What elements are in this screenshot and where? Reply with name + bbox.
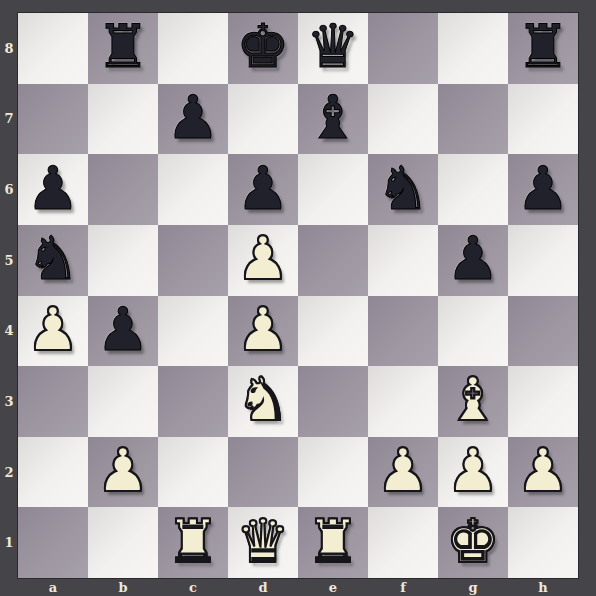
square-c7[interactable]: ♟ [158, 84, 228, 155]
square-e8[interactable]: ♛ [298, 13, 368, 84]
white-pawn[interactable]: ♟ [516, 440, 570, 500]
square-e2[interactable] [298, 437, 368, 508]
black-pawn[interactable]: ♟ [96, 299, 150, 359]
square-h1[interactable] [508, 507, 578, 578]
square-d1[interactable]: ♛ [228, 507, 298, 578]
square-f7[interactable] [368, 84, 438, 155]
rank-label-7: 7 [0, 84, 18, 155]
square-f2[interactable]: ♟ [368, 437, 438, 508]
rank-label-3: 3 [0, 366, 18, 437]
file-label-f: f [368, 578, 438, 596]
square-a6[interactable]: ♟ [18, 154, 88, 225]
square-d2[interactable] [228, 437, 298, 508]
file-label-a: a [18, 578, 88, 596]
white-rook[interactable]: ♜ [166, 511, 220, 571]
square-d5[interactable]: ♟ [228, 225, 298, 296]
rank-label-2: 2 [0, 437, 18, 508]
square-a5[interactable]: ♞ [18, 225, 88, 296]
file-label-g: g [438, 578, 508, 596]
square-g2[interactable]: ♟ [438, 437, 508, 508]
square-c3[interactable] [158, 366, 228, 437]
file-label-h: h [508, 578, 578, 596]
square-e5[interactable] [298, 225, 368, 296]
square-c1[interactable]: ♜ [158, 507, 228, 578]
black-pawn[interactable]: ♟ [446, 228, 500, 288]
rank-label-4: 4 [0, 296, 18, 367]
square-b6[interactable] [88, 154, 158, 225]
square-f8[interactable] [368, 13, 438, 84]
square-a3[interactable] [18, 366, 88, 437]
square-c4[interactable] [158, 296, 228, 367]
square-e3[interactable] [298, 366, 368, 437]
white-queen[interactable]: ♛ [236, 511, 290, 571]
rank-label-1: 1 [0, 507, 18, 578]
square-a2[interactable] [18, 437, 88, 508]
square-a1[interactable] [18, 507, 88, 578]
file-labels: abcdefgh [18, 578, 578, 596]
white-pawn[interactable]: ♟ [446, 440, 500, 500]
black-pawn[interactable]: ♟ [516, 158, 570, 218]
white-pawn[interactable]: ♟ [376, 440, 430, 500]
square-g3[interactable]: ♝ [438, 366, 508, 437]
square-g8[interactable] [438, 13, 508, 84]
square-b4[interactable]: ♟ [88, 296, 158, 367]
rank-label-6: 6 [0, 154, 18, 225]
square-g5[interactable]: ♟ [438, 225, 508, 296]
square-c2[interactable] [158, 437, 228, 508]
black-pawn[interactable]: ♟ [26, 158, 80, 218]
black-pawn[interactable]: ♟ [166, 87, 220, 147]
square-c5[interactable] [158, 225, 228, 296]
square-f1[interactable] [368, 507, 438, 578]
file-label-b: b [88, 578, 158, 596]
rank-labels: 87654321 [0, 13, 18, 578]
square-e4[interactable] [298, 296, 368, 367]
square-c8[interactable] [158, 13, 228, 84]
square-h4[interactable] [508, 296, 578, 367]
rank-label-8: 8 [0, 13, 18, 84]
square-b8[interactable]: ♜ [88, 13, 158, 84]
square-b7[interactable] [88, 84, 158, 155]
square-f3[interactable] [368, 366, 438, 437]
square-d3[interactable]: ♞ [228, 366, 298, 437]
square-d6[interactable]: ♟ [228, 154, 298, 225]
square-g6[interactable] [438, 154, 508, 225]
square-h2[interactable]: ♟ [508, 437, 578, 508]
square-h5[interactable] [508, 225, 578, 296]
white-pawn[interactable]: ♟ [236, 228, 290, 288]
board-grid: ♜♚♛♜♟♝♟♟♞♟♞♟♟♟♟♟♞♝♟♟♟♟♜♛♜♚ [18, 13, 578, 578]
black-bishop[interactable]: ♝ [306, 87, 360, 147]
square-b5[interactable] [88, 225, 158, 296]
square-e7[interactable]: ♝ [298, 84, 368, 155]
file-label-d: d [228, 578, 298, 596]
black-rook[interactable]: ♜ [516, 16, 570, 76]
white-knight[interactable]: ♞ [236, 369, 290, 429]
white-bishop[interactable]: ♝ [446, 369, 500, 429]
square-h8[interactable]: ♜ [508, 13, 578, 84]
rank-label-5: 5 [0, 225, 18, 296]
square-a7[interactable] [18, 84, 88, 155]
square-f4[interactable] [368, 296, 438, 367]
square-e6[interactable] [298, 154, 368, 225]
square-g1[interactable]: ♚ [438, 507, 508, 578]
square-a4[interactable]: ♟ [18, 296, 88, 367]
square-d7[interactable] [228, 84, 298, 155]
square-g4[interactable] [438, 296, 508, 367]
black-knight[interactable]: ♞ [26, 228, 80, 288]
square-f6[interactable]: ♞ [368, 154, 438, 225]
white-pawn[interactable]: ♟ [26, 299, 80, 359]
square-b2[interactable]: ♟ [88, 437, 158, 508]
square-c6[interactable] [158, 154, 228, 225]
black-pawn[interactable]: ♟ [236, 158, 290, 218]
chessboard: 87654321 ♜♚♛♜♟♝♟♟♞♟♞♟♟♟♟♟♞♝♟♟♟♟♜♛♜♚ abcd… [0, 0, 596, 596]
white-pawn[interactable]: ♟ [236, 299, 290, 359]
square-f5[interactable] [368, 225, 438, 296]
square-b3[interactable] [88, 366, 158, 437]
white-rook[interactable]: ♜ [306, 511, 360, 571]
white-king[interactable]: ♚ [446, 511, 500, 571]
square-h7[interactable] [508, 84, 578, 155]
square-d8[interactable]: ♚ [228, 13, 298, 84]
black-queen[interactable]: ♛ [306, 16, 360, 76]
square-b1[interactable] [88, 507, 158, 578]
file-label-e: e [298, 578, 368, 596]
white-pawn[interactable]: ♟ [96, 440, 150, 500]
square-h6[interactable]: ♟ [508, 154, 578, 225]
black-king[interactable]: ♚ [236, 16, 290, 76]
square-a8[interactable] [18, 13, 88, 84]
square-h3[interactable] [508, 366, 578, 437]
black-knight[interactable]: ♞ [376, 158, 430, 218]
square-e1[interactable]: ♜ [298, 507, 368, 578]
square-g7[interactable] [438, 84, 508, 155]
file-label-c: c [158, 578, 228, 596]
square-d4[interactable]: ♟ [228, 296, 298, 367]
black-rook[interactable]: ♜ [96, 16, 150, 76]
